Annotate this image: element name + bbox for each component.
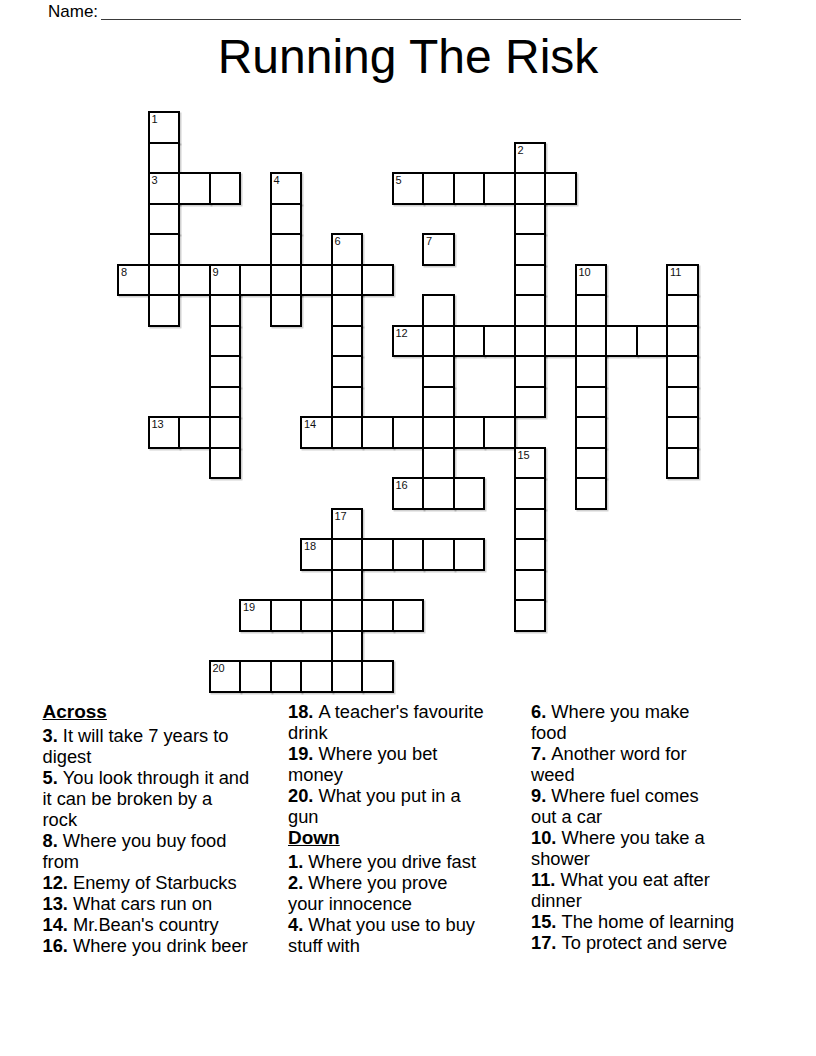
grid-cell-r5c18[interactable]: 11: [666, 264, 699, 297]
grid-cell-r8c10[interactable]: [422, 355, 455, 388]
grid-cell-r17c7[interactable]: [331, 630, 364, 663]
grid-cell-r18c7[interactable]: [331, 660, 364, 693]
grid-cell-r10c1[interactable]: 13: [148, 416, 181, 449]
clue-down-15: 15. The home of learning: [531, 911, 728, 932]
clue-number-13: 13: [152, 418, 164, 430]
grid-cell-r5c2[interactable]: [178, 264, 211, 297]
clue-across-13: 13. What cars run on: [43, 893, 251, 914]
clues-heading-down: Down: [288, 827, 487, 848]
name-blank-line: [101, 1, 741, 20]
clue-label-7: 7.: [531, 743, 551, 764]
grid-cell-r2c13[interactable]: [514, 172, 547, 205]
grid-cell-r3c13[interactable]: [514, 203, 547, 236]
clue-number-1: 1: [152, 113, 158, 125]
grid-cell-r7c13[interactable]: [514, 325, 547, 358]
clue-down-4: 4. What you use to buy stuff with: [288, 914, 487, 956]
grid-cell-r3c5[interactable]: [270, 203, 303, 236]
grid-cell-r14c11[interactable]: [453, 538, 486, 571]
grid-cell-r5c0[interactable]: 8: [117, 264, 150, 297]
clue-label-10: 10.: [531, 827, 562, 848]
grid-cell-r7c3[interactable]: [209, 325, 242, 358]
grid-cell-r16c8[interactable]: [361, 599, 394, 632]
grid-cell-r4c5[interactable]: [270, 233, 303, 266]
name-label: Name:: [48, 3, 98, 21]
grid-cell-r12c15[interactable]: [575, 477, 608, 510]
grid-cell-r10c10[interactable]: [422, 416, 455, 449]
clue-label-11: 11.: [531, 869, 560, 890]
grid-cell-r0c1[interactable]: 1: [148, 111, 181, 144]
clue-number-18: 18: [304, 540, 316, 552]
grid-cell-r12c10[interactable]: [422, 477, 455, 510]
grid-cell-r9c15[interactable]: [575, 386, 608, 419]
grid-cell-r12c9[interactable]: 16: [392, 477, 425, 510]
clue-label-19: 19.: [288, 743, 319, 764]
clue-label-5: 5.: [43, 767, 63, 788]
grid-cell-r2c14[interactable]: [544, 172, 577, 205]
grid-cell-r2c2[interactable]: [178, 172, 211, 205]
clue-label-3: 3.: [43, 725, 63, 746]
clue-number-6: 6: [335, 235, 341, 247]
grid-cell-r6c18[interactable]: [666, 294, 699, 327]
grid-cell-r18c5[interactable]: [270, 660, 303, 693]
clue-across-18: 18. A teacher's favourite drink: [288, 701, 487, 743]
grid-cell-r7c16[interactable]: [605, 325, 638, 358]
clue-number-16: 16: [396, 479, 408, 491]
grid-cell-r6c15[interactable]: [575, 294, 608, 327]
clue-label-13: 13.: [43, 893, 74, 914]
grid-cell-r6c5[interactable]: [270, 294, 303, 327]
clue-label-9: 9.: [531, 785, 551, 806]
clue-down-9: 9. Where fuel comes out a car: [531, 785, 728, 827]
grid-cell-r6c1[interactable]: [148, 294, 181, 327]
grid-cell-r7c9[interactable]: 12: [392, 325, 425, 358]
grid-cell-r3c1[interactable]: [148, 203, 181, 236]
worksheet-page: Name: Running The Risk 12345678910111213…: [0, 0, 816, 1056]
grid-cell-r8c3[interactable]: [209, 355, 242, 388]
grid-cell-r6c7[interactable]: [331, 294, 364, 327]
clue-number-5: 5: [396, 174, 402, 186]
clue-number-17: 17: [335, 510, 347, 522]
grid-cell-r18c8[interactable]: [361, 660, 394, 693]
grid-cell-r7c11[interactable]: [453, 325, 486, 358]
grid-cell-r6c3[interactable]: [209, 294, 242, 327]
clue-number-9: 9: [213, 266, 219, 278]
grid-cell-r10c15[interactable]: [575, 416, 608, 449]
clue-label-17: 17.: [531, 932, 562, 953]
grid-cell-r10c11[interactable]: [453, 416, 486, 449]
grid-cell-r10c2[interactable]: [178, 416, 211, 449]
grid-cell-r16c6[interactable]: [300, 599, 333, 632]
grid-cell-r1c13[interactable]: 2: [514, 142, 547, 175]
grid-cell-r9c7[interactable]: [331, 386, 364, 419]
grid-cell-r16c5[interactable]: [270, 599, 303, 632]
clue-number-2: 2: [518, 144, 524, 156]
clue-label-4: 4.: [288, 914, 308, 935]
clue-number-4: 4: [274, 174, 280, 186]
clue-down-6: 6. Where you make food: [531, 701, 728, 743]
grid-cell-r5c3[interactable]: 9: [209, 264, 242, 297]
grid-cell-r11c15[interactable]: [575, 447, 608, 480]
grid-cell-r6c13[interactable]: [514, 294, 547, 327]
clue-down-7: 7. Another word for weed: [531, 743, 728, 785]
grid-cell-r14c6[interactable]: 18: [300, 538, 333, 571]
grid-cell-r16c9[interactable]: [392, 599, 425, 632]
clue-label-20: 20.: [288, 785, 319, 806]
grid-cell-r18c4[interactable]: [239, 660, 272, 693]
grid-cell-r8c15[interactable]: [575, 355, 608, 388]
clue-label-18: 18.: [288, 701, 319, 722]
clue-label-12: 12.: [43, 872, 74, 893]
grid-cell-r12c11[interactable]: [453, 477, 486, 510]
grid-cell-r4c10[interactable]: 7: [422, 233, 455, 266]
clue-label-6: 6.: [531, 701, 551, 722]
clue-label-16: 16.: [43, 935, 74, 956]
grid-cell-r11c18[interactable]: [666, 447, 699, 480]
grid-cell-r8c18[interactable]: [666, 355, 699, 388]
grid-cell-r15c7[interactable]: [331, 569, 364, 602]
grid-cell-r8c7[interactable]: [331, 355, 364, 388]
clue-column-1: Across3. It will take 7 years to digest5…: [43, 701, 251, 956]
grid-cell-r2c9[interactable]: 5: [392, 172, 425, 205]
grid-cell-r2c11[interactable]: [453, 172, 486, 205]
puzzle-title: Running The Risk: [0, 33, 816, 81]
grid-cell-r5c5[interactable]: [270, 264, 303, 297]
grid-cell-r11c3[interactable]: [209, 447, 242, 480]
grid-cell-r9c18[interactable]: [666, 386, 699, 419]
clue-label-14: 14.: [43, 914, 74, 935]
grid-cell-r16c7[interactable]: [331, 599, 364, 632]
grid-cell-r7c17[interactable]: [636, 325, 669, 358]
clue-across-16: 16. Where you drink beer: [43, 935, 251, 956]
grid-cell-r10c12[interactable]: [483, 416, 516, 449]
grid-cell-r13c13[interactable]: [514, 508, 547, 541]
grid-cell-r5c13[interactable]: [514, 264, 547, 297]
grid-cell-r4c7[interactable]: 6: [331, 233, 364, 266]
grid-cell-r10c7[interactable]: [331, 416, 364, 449]
clue-down-11: 11. What you eat after dinner: [531, 869, 728, 911]
clue-across-5: 5. You look through it and it can be bro…: [43, 767, 251, 830]
grid-cell-r16c13[interactable]: [514, 599, 547, 632]
clue-number-7: 7: [426, 235, 432, 247]
clue-down-10: 10. Where you take a shower: [531, 827, 728, 869]
clues-heading-across: Across: [43, 701, 251, 722]
grid-cell-r15c13[interactable]: [514, 569, 547, 602]
grid-cell-r2c5[interactable]: 4: [270, 172, 303, 205]
grid-cell-r8c13[interactable]: [514, 355, 547, 388]
crossword-grid: 1234567891011121314151617181920: [117, 111, 699, 693]
grid-cell-r7c15[interactable]: [575, 325, 608, 358]
clue-number-20: 20: [213, 662, 225, 674]
grid-cell-r2c12[interactable]: [483, 172, 516, 205]
grid-cell-r10c18[interactable]: [666, 416, 699, 449]
grid-cell-r10c8[interactable]: [361, 416, 394, 449]
grid-cell-r14c13[interactable]: [514, 538, 547, 571]
clue-across-19: 19. Where you bet money: [288, 743, 487, 785]
grid-cell-r11c13[interactable]: 15: [514, 447, 547, 480]
clue-number-14: 14: [304, 418, 316, 430]
grid-cell-r7c12[interactable]: [483, 325, 516, 358]
grid-cell-r11c10[interactable]: [422, 447, 455, 480]
grid-cell-r10c3[interactable]: [209, 416, 242, 449]
clue-label-15: 15.: [531, 911, 562, 932]
clue-across-20: 20. What you put in a gun: [288, 785, 487, 827]
grid-cell-r2c1[interactable]: 3: [148, 172, 181, 205]
clue-label-8: 8.: [43, 830, 63, 851]
clue-column-3: 6. Where you make food7. Another word fo…: [531, 701, 728, 953]
grid-cell-r5c6[interactable]: [300, 264, 333, 297]
grid-cell-r9c10[interactable]: [422, 386, 455, 419]
clue-number-11: 11: [670, 266, 681, 278]
grid-cell-r14c10[interactable]: [422, 538, 455, 571]
grid-cell-r5c1[interactable]: [148, 264, 181, 297]
clue-number-10: 10: [579, 266, 591, 278]
clue-label-1: 1.: [288, 851, 308, 872]
clue-across-3: 3. It will take 7 years to digest: [43, 725, 251, 767]
grid-cell-r7c10[interactable]: [422, 325, 455, 358]
grid-cell-r2c10[interactable]: [422, 172, 455, 205]
grid-cell-r9c13[interactable]: [514, 386, 547, 419]
clue-label-2: 2.: [288, 872, 308, 893]
clue-number-12: 12: [396, 327, 408, 339]
grid-cell-r10c9[interactable]: [392, 416, 425, 449]
clue-across-12: 12. Enemy of Starbucks: [43, 872, 251, 893]
grid-cell-r2c3[interactable]: [209, 172, 242, 205]
grid-cell-r7c7[interactable]: [331, 325, 364, 358]
grid-cell-r10c6[interactable]: 14: [300, 416, 333, 449]
grid-cell-r16c4[interactable]: 19: [239, 599, 272, 632]
clue-number-3: 3: [152, 174, 158, 186]
clues-section: Across3. It will take 7 years to digest5…: [0, 701, 816, 981]
grid-cell-r12c13[interactable]: [514, 477, 547, 510]
clue-across-8: 8. Where you buy food from: [43, 830, 251, 872]
grid-cell-r13c7[interactable]: 17: [331, 508, 364, 541]
grid-cell-r4c13[interactable]: [514, 233, 547, 266]
clue-down-2: 2. Where you prove your innocence: [288, 872, 487, 914]
grid-cell-r7c14[interactable]: [544, 325, 577, 358]
grid-cell-r4c1[interactable]: [148, 233, 181, 266]
clue-down-1: 1. Where you drive fast: [288, 851, 487, 872]
grid-cell-r18c6[interactable]: [300, 660, 333, 693]
grid-cell-r5c15[interactable]: 10: [575, 264, 608, 297]
clue-number-15: 15: [518, 449, 530, 461]
grid-cell-r5c4[interactable]: [239, 264, 272, 297]
grid-cell-r18c3[interactable]: 20: [209, 660, 242, 693]
grid-cell-r6c10[interactable]: [422, 294, 455, 327]
clue-column-2: 18. A teacher's favourite drink19. Where…: [288, 701, 487, 956]
clue-number-19: 19: [243, 601, 255, 613]
grid-cell-r5c7[interactable]: [331, 264, 364, 297]
grid-cell-r7c18[interactable]: [666, 325, 699, 358]
grid-cell-r5c8[interactable]: [361, 264, 394, 297]
grid-cell-r9c3[interactable]: [209, 386, 242, 419]
grid-cell-r1c1[interactable]: [148, 142, 181, 175]
grid-cell-r14c7[interactable]: [331, 538, 364, 571]
clue-down-17: 17. To protect and serve: [531, 932, 728, 953]
clue-across-14: 14. Mr.Bean's country: [43, 914, 251, 935]
grid-cell-r14c8[interactable]: [361, 538, 394, 571]
grid-cell-r14c9[interactable]: [392, 538, 425, 571]
clue-number-8: 8: [121, 266, 127, 278]
